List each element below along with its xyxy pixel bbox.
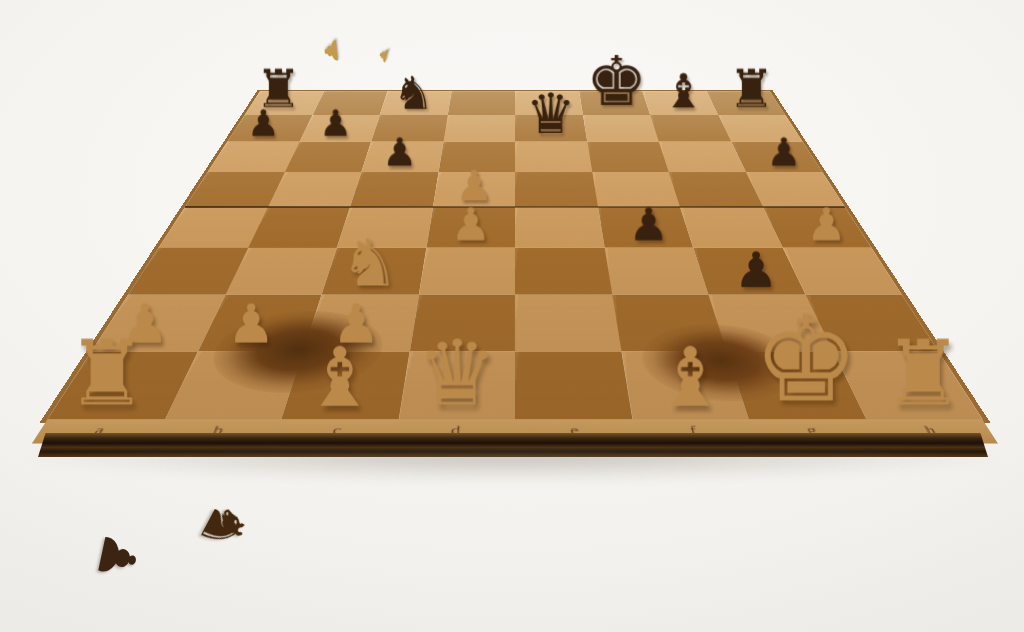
square-d8[interactable] (447, 91, 515, 115)
square-f8[interactable]: ♚ (579, 91, 650, 115)
piece-black-pawn-b7[interactable]: ♟ (319, 106, 352, 141)
piece-white-pawn-h4[interactable]: ♟ (806, 203, 847, 246)
square-h4[interactable]: ♟ (763, 207, 872, 247)
square-f4[interactable]: ♟ (598, 207, 694, 247)
square-c3[interactable]: ♞ (322, 247, 426, 294)
square-f3[interactable] (604, 247, 708, 294)
square-d3[interactable] (418, 247, 515, 294)
piece-white-rook-a1[interactable]: ♜ (66, 331, 147, 417)
square-d1[interactable]: ♛ (398, 351, 515, 419)
square-h6[interactable]: ♟ (731, 142, 823, 172)
captured-white-pawn-2[interactable]: ♟ (377, 44, 392, 66)
square-g1[interactable]: ♚ (727, 351, 866, 419)
piece-black-pawn-c6[interactable]: ♟ (382, 134, 417, 171)
piece-black-bishop-g8[interactable]: ♝ (662, 69, 705, 114)
square-e2[interactable] (515, 295, 621, 351)
square-c5[interactable] (350, 172, 438, 207)
captured-black-pawn-1[interactable]: ♟ (89, 527, 146, 588)
piece-white-rook-h1[interactable]: ♜ (882, 331, 963, 417)
square-e6[interactable] (515, 142, 592, 172)
square-e7[interactable]: ♛ (515, 115, 587, 142)
photo-scene: ♜♞♚♝♜♟♟♛♟♟♟♟♟♟♞♟♟♟♟♜♝♛♝♚♜ abcdefgh ♟♟♟♞ (0, 0, 1024, 632)
square-d4[interactable]: ♟ (426, 207, 515, 247)
square-h8[interactable]: ♜ (706, 91, 785, 115)
piece-black-rook-h8[interactable]: ♜ (728, 65, 775, 115)
piece-white-bishop-f1[interactable]: ♝ (653, 340, 726, 418)
piece-white-king-g1[interactable]: ♚ (753, 305, 859, 418)
square-f6[interactable] (587, 142, 669, 172)
piece-black-pawn-f4[interactable]: ♟ (628, 203, 669, 246)
square-a7[interactable]: ♟ (227, 115, 312, 142)
piece-white-bishop-c1[interactable]: ♝ (303, 340, 376, 418)
piece-white-pawn-b2[interactable]: ♟ (227, 299, 275, 350)
square-d7[interactable] (443, 115, 515, 142)
square-e3[interactable] (515, 247, 612, 294)
chess-board: ♜♞♚♝♜♟♟♛♟♟♟♟♟♟♞♟♟♟♟♜♝♛♝♚♜ abcdefgh (48, 91, 983, 419)
square-b5[interactable] (268, 172, 362, 207)
piece-black-pawn-g3[interactable]: ♟ (734, 247, 778, 294)
piece-black-queen-e7[interactable]: ♛ (526, 88, 576, 141)
captured-white-pawn-1[interactable]: ♟ (321, 35, 341, 67)
square-e5[interactable] (515, 172, 598, 207)
square-b7[interactable]: ♟ (299, 115, 380, 142)
square-g5[interactable] (669, 172, 763, 207)
board-grid: ♜♞♚♝♜♟♟♛♟♟♟♟♟♟♞♟♟♟♟♜♝♛♝♚♜ (48, 91, 983, 419)
piece-black-pawn-a7[interactable]: ♟ (247, 106, 280, 141)
square-e1[interactable] (515, 351, 632, 419)
square-f7[interactable] (583, 115, 659, 142)
piece-black-knight-c8[interactable]: ♞ (393, 71, 434, 115)
square-b4[interactable] (248, 207, 350, 247)
square-e4[interactable] (515, 207, 604, 247)
piece-black-pawn-h6[interactable]: ♟ (766, 134, 801, 171)
piece-white-queen-d1[interactable]: ♛ (416, 331, 497, 417)
square-c6[interactable]: ♟ (361, 142, 443, 172)
square-g7[interactable] (650, 115, 731, 142)
piece-white-knight-c3[interactable]: ♞ (341, 231, 400, 293)
board-shadow (30, 452, 995, 482)
captured-black-knight-2[interactable]: ♞ (189, 491, 259, 563)
square-c8[interactable]: ♞ (380, 91, 451, 115)
piece-black-king-f8[interactable]: ♚ (585, 49, 647, 114)
square-b6[interactable] (284, 142, 371, 172)
square-c1[interactable]: ♝ (281, 351, 409, 419)
piece-white-pawn-d4[interactable]: ♟ (450, 203, 491, 246)
square-g8[interactable]: ♝ (643, 91, 718, 115)
